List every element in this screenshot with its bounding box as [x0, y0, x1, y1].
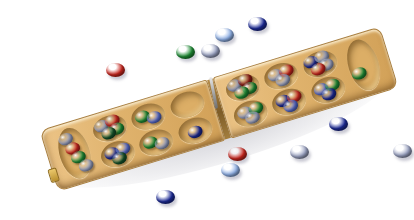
loose-glass-bead-lightblue [221, 163, 240, 177]
loose-glass-bead-darkblue [248, 17, 267, 31]
loose-glass-bead-green [176, 45, 195, 59]
loose-glass-bead-red [106, 63, 125, 77]
loose-glass-bead-darkblue [329, 117, 348, 131]
loose-glass-bead-gray [290, 145, 309, 159]
loose-glass-bead-lightblue [215, 28, 234, 42]
loose-beads-layer [0, 0, 414, 220]
loose-glass-bead-gray [393, 144, 412, 158]
loose-glass-bead-gray [201, 44, 220, 58]
loose-glass-bead-red [228, 147, 247, 161]
loose-glass-bead-darkblue [156, 190, 175, 204]
mancala-photo-scene [0, 0, 414, 220]
